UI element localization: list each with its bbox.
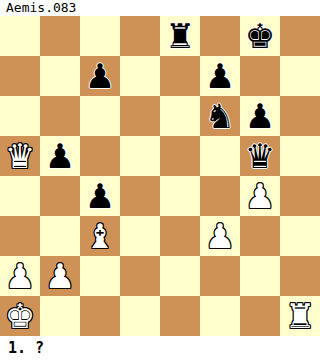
square-f8[interactable] xyxy=(200,16,240,56)
square-g7[interactable] xyxy=(240,56,280,96)
piece-white-pawn[interactable]: ♟ xyxy=(5,256,35,296)
square-c6[interactable] xyxy=(80,96,120,136)
square-d7[interactable] xyxy=(120,56,160,96)
square-b2[interactable]: ♟ xyxy=(40,256,80,296)
puzzle-title: Aemis.083 xyxy=(0,0,320,16)
chess-puzzle-window: Aemis.083 ♜♚♟♟♞♟♛♟♛♟♟♝♟♟♟♚♜ 1. ? xyxy=(0,0,320,360)
square-a4[interactable] xyxy=(0,176,40,216)
square-c5[interactable] xyxy=(80,136,120,176)
square-d5[interactable] xyxy=(120,136,160,176)
square-d2[interactable] xyxy=(120,256,160,296)
square-e4[interactable] xyxy=(160,176,200,216)
piece-black-queen[interactable]: ♛ xyxy=(245,136,275,176)
chess-board: ♜♚♟♟♞♟♛♟♛♟♟♝♟♟♟♚♜ xyxy=(0,16,320,336)
piece-white-bishop[interactable]: ♝ xyxy=(85,216,115,256)
square-e1[interactable] xyxy=(160,296,200,336)
square-e6[interactable] xyxy=(160,96,200,136)
square-d3[interactable] xyxy=(120,216,160,256)
square-f1[interactable] xyxy=(200,296,240,336)
square-g6[interactable]: ♟ xyxy=(240,96,280,136)
square-g4[interactable]: ♟ xyxy=(240,176,280,216)
square-b5[interactable]: ♟ xyxy=(40,136,80,176)
piece-black-knight[interactable]: ♞ xyxy=(205,96,235,136)
square-d4[interactable] xyxy=(120,176,160,216)
piece-white-pawn[interactable]: ♟ xyxy=(205,216,235,256)
square-h5[interactable] xyxy=(280,136,320,176)
square-f7[interactable]: ♟ xyxy=(200,56,240,96)
square-h6[interactable] xyxy=(280,96,320,136)
square-e2[interactable] xyxy=(160,256,200,296)
piece-white-pawn[interactable]: ♟ xyxy=(45,256,75,296)
square-g3[interactable] xyxy=(240,216,280,256)
square-g2[interactable] xyxy=(240,256,280,296)
square-h7[interactable] xyxy=(280,56,320,96)
square-g1[interactable] xyxy=(240,296,280,336)
square-a5[interactable]: ♛ xyxy=(0,136,40,176)
square-d8[interactable] xyxy=(120,16,160,56)
square-c2[interactable] xyxy=(80,256,120,296)
piece-white-pawn[interactable]: ♟ xyxy=(245,176,275,216)
square-e7[interactable] xyxy=(160,56,200,96)
square-h3[interactable] xyxy=(280,216,320,256)
move-prompt: 1. ? xyxy=(0,336,320,360)
square-f5[interactable] xyxy=(200,136,240,176)
square-a8[interactable] xyxy=(0,16,40,56)
square-h2[interactable] xyxy=(280,256,320,296)
square-h1[interactable]: ♜ xyxy=(280,296,320,336)
square-a2[interactable]: ♟ xyxy=(0,256,40,296)
square-b8[interactable] xyxy=(40,16,80,56)
square-h8[interactable] xyxy=(280,16,320,56)
square-h4[interactable] xyxy=(280,176,320,216)
square-a1[interactable]: ♚ xyxy=(0,296,40,336)
square-b7[interactable] xyxy=(40,56,80,96)
square-e5[interactable] xyxy=(160,136,200,176)
piece-white-rook[interactable]: ♜ xyxy=(285,296,315,336)
square-c3[interactable]: ♝ xyxy=(80,216,120,256)
piece-white-queen[interactable]: ♛ xyxy=(5,136,35,176)
square-b1[interactable] xyxy=(40,296,80,336)
piece-black-pawn[interactable]: ♟ xyxy=(245,96,275,136)
square-g8[interactable]: ♚ xyxy=(240,16,280,56)
square-f6[interactable]: ♞ xyxy=(200,96,240,136)
square-g5[interactable]: ♛ xyxy=(240,136,280,176)
square-c4[interactable]: ♟ xyxy=(80,176,120,216)
square-b3[interactable] xyxy=(40,216,80,256)
square-a7[interactable] xyxy=(0,56,40,96)
square-b4[interactable] xyxy=(40,176,80,216)
piece-black-pawn[interactable]: ♟ xyxy=(45,136,75,176)
piece-black-rook[interactable]: ♜ xyxy=(165,16,195,56)
square-d6[interactable] xyxy=(120,96,160,136)
square-f4[interactable] xyxy=(200,176,240,216)
square-c7[interactable]: ♟ xyxy=(80,56,120,96)
square-e3[interactable] xyxy=(160,216,200,256)
square-c1[interactable] xyxy=(80,296,120,336)
piece-black-king[interactable]: ♚ xyxy=(245,16,275,56)
piece-black-pawn[interactable]: ♟ xyxy=(205,56,235,96)
square-a6[interactable] xyxy=(0,96,40,136)
piece-black-pawn[interactable]: ♟ xyxy=(85,56,115,96)
square-d1[interactable] xyxy=(120,296,160,336)
square-f3[interactable]: ♟ xyxy=(200,216,240,256)
square-e8[interactable]: ♜ xyxy=(160,16,200,56)
piece-black-pawn[interactable]: ♟ xyxy=(85,176,115,216)
square-c8[interactable] xyxy=(80,16,120,56)
square-a3[interactable] xyxy=(0,216,40,256)
piece-white-king[interactable]: ♚ xyxy=(5,296,35,336)
square-b6[interactable] xyxy=(40,96,80,136)
square-f2[interactable] xyxy=(200,256,240,296)
